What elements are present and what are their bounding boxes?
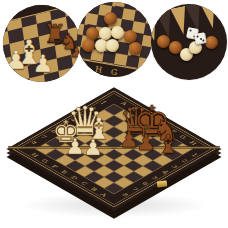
chess-piece-g3: ♝ — [156, 131, 179, 157]
chess-piece-f3: ♟ — [136, 132, 156, 154]
chess-piece-d3: ♟ — [83, 137, 103, 159]
product-photo: ♜♞♟♝♟♟ HG ABCDEFGH HGFEDCBA 12345678 123… — [0, 0, 228, 228]
chess-piece-b3: ♟ — [65, 136, 85, 158]
pieces-layer: ♛♛♚♝♞♚♟♟♝♟♟ — [0, 0, 228, 228]
board-scene: ABCDEFGH HGFEDCBA 12345678 12345678 ♛♛♚♝… — [0, 0, 228, 228]
